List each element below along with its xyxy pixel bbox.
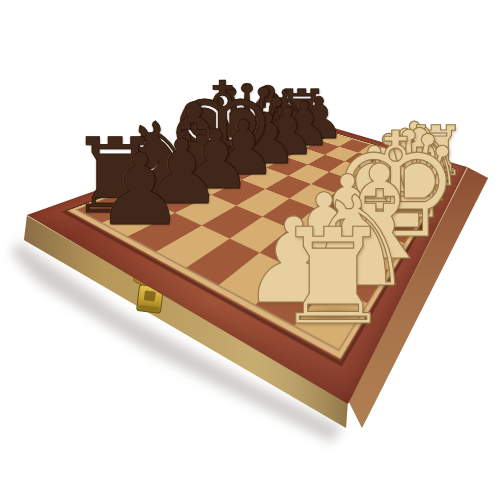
- piece-h1-light-r[interactable]: ♜: [267, 211, 399, 343]
- scene-container: ♜♞♝♛♚♝♞♜♟♟♟♟♟♟♟♟♟♟♟♟♟♟♟♟♜♞♝♛♚♝♞♜: [0, 0, 500, 500]
- clasp-hole: [144, 290, 156, 301]
- piece-h7-dark-p[interactable]: ♟: [90, 140, 189, 239]
